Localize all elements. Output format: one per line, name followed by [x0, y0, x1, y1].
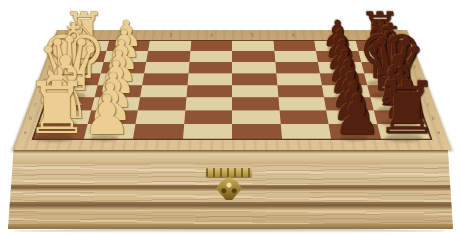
piece-wP-a2[interactable]: ♟	[82, 88, 131, 143]
chess-set-photo: ♜♟♟♜♞♟♟♞♝♟♟♝♚♟♟♚♛♟♟♛♝♟♟♝♞♟♟♞♜♟♟♜ 1234567…	[0, 0, 460, 237]
piece-bR-a8[interactable]: ♜	[375, 73, 439, 145]
frame-coordinate-label: 4	[210, 32, 213, 38]
frame-coordinate-label: 5	[251, 32, 254, 38]
pieces-layer: ♜♟♟♜♞♟♟♞♝♟♟♝♚♟♟♚♛♟♟♛♝♟♟♝♞♟♟♞♜♟♟♜	[0, 0, 460, 237]
piece-wR-a1[interactable]: ♜	[25, 73, 89, 145]
frame-coordinate-label: 6	[292, 32, 295, 38]
frame-coordinate-label: 3	[169, 32, 172, 38]
